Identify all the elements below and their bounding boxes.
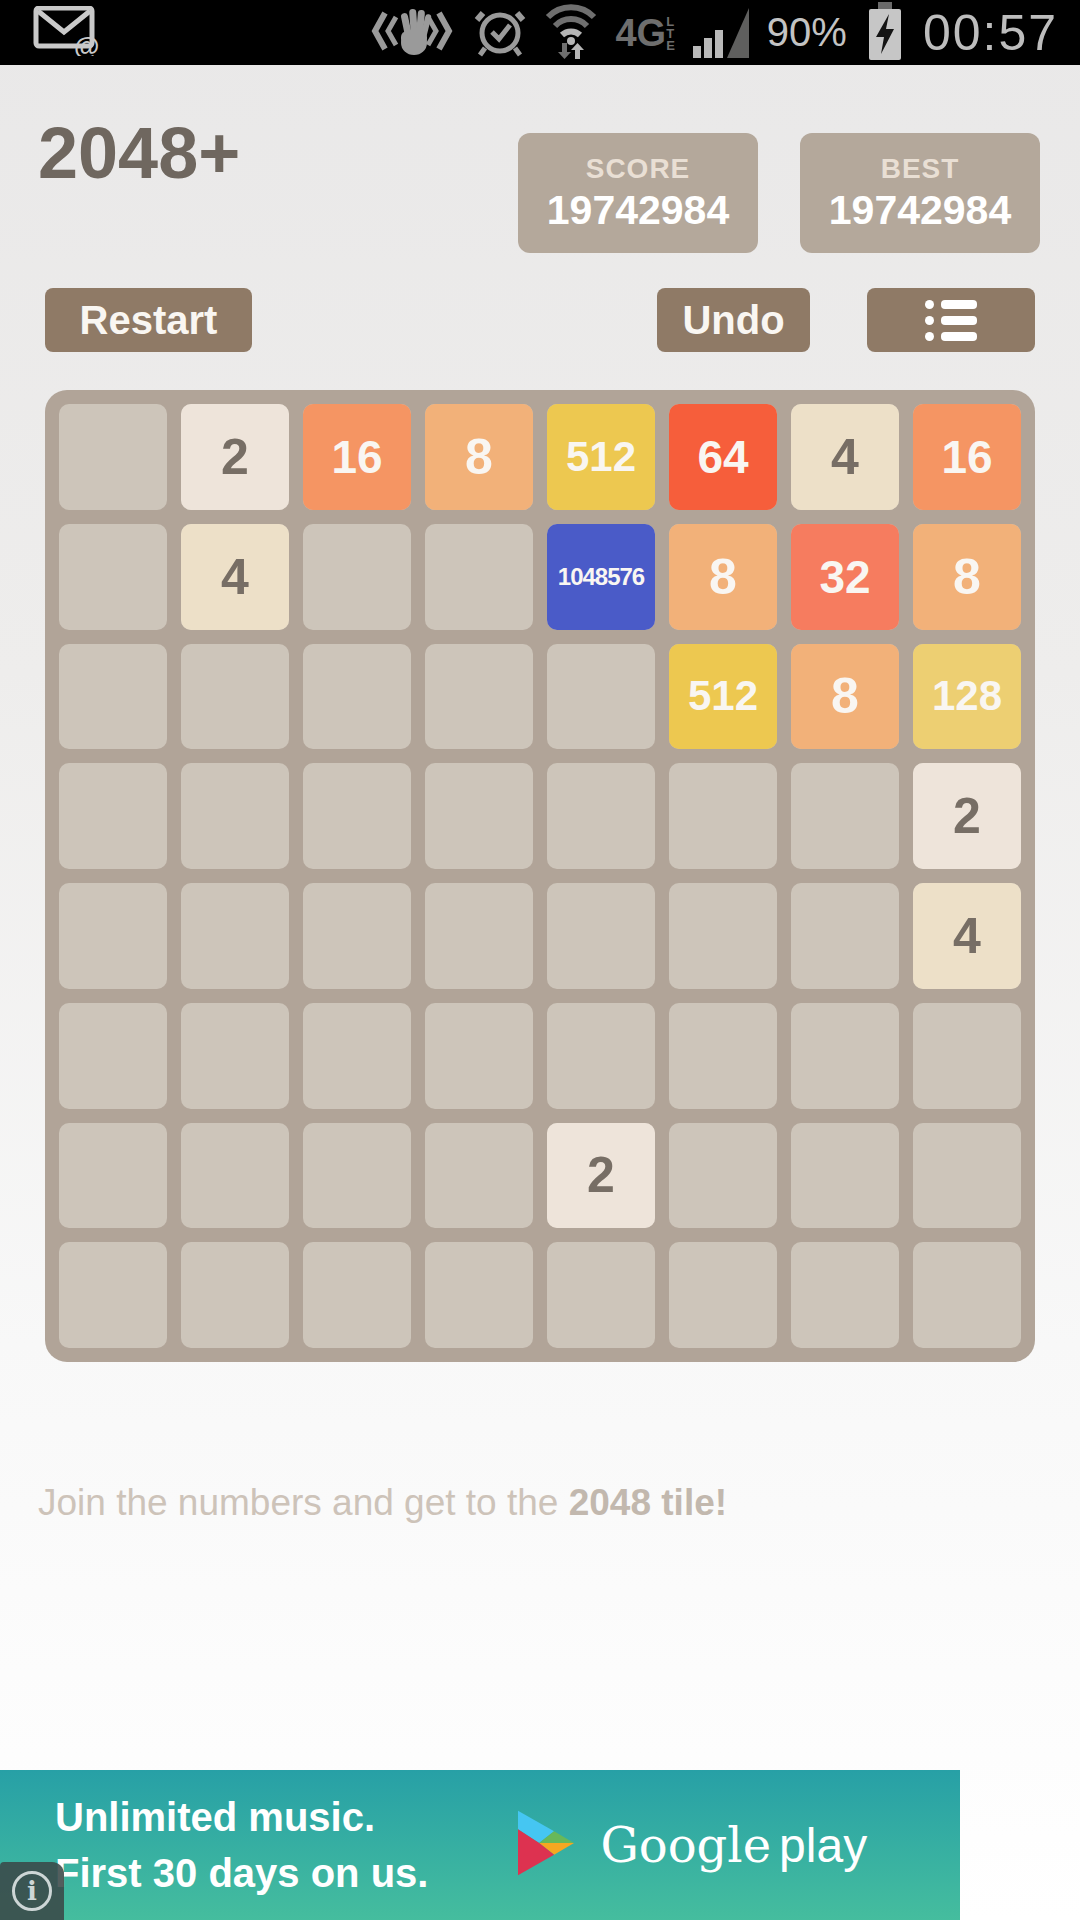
tile-2: 2	[913, 763, 1021, 869]
cell-r6c3	[303, 1003, 411, 1109]
game-board[interactable]: 2168512644164104857683285128128242	[45, 390, 1035, 1362]
cell-r2c3	[303, 524, 411, 630]
cell-r8c7	[791, 1242, 899, 1348]
cell-r1c7: 4	[791, 404, 899, 510]
cell-r8c3	[303, 1242, 411, 1348]
cell-r6c7	[791, 1003, 899, 1109]
cell-r6c8	[913, 1003, 1021, 1109]
tile-16: 16	[913, 404, 1021, 510]
brand-play: play	[779, 1819, 867, 1872]
cell-r3c7: 8	[791, 644, 899, 750]
wifi-updown-icon	[545, 3, 597, 63]
tile-8: 8	[669, 524, 777, 630]
cell-r6c6	[669, 1003, 777, 1109]
cell-r6c5	[547, 1003, 655, 1109]
cell-r5c3	[303, 883, 411, 989]
cell-r1c3: 16	[303, 404, 411, 510]
cell-r1c6: 64	[669, 404, 777, 510]
cell-r2c4	[425, 524, 533, 630]
phone-screen: @	[0, 0, 1080, 1920]
cell-r4c2	[181, 763, 289, 869]
signal-icon	[693, 4, 749, 62]
cell-r3c3	[303, 644, 411, 750]
cell-r8c8	[913, 1242, 1021, 1348]
cell-r3c1	[59, 644, 167, 750]
cell-r3c6: 512	[669, 644, 777, 750]
cell-r8c2	[181, 1242, 289, 1348]
cell-r4c5	[547, 763, 655, 869]
score-box: SCORE 19742984	[518, 133, 758, 253]
ad-line2: First 30 days on us.	[55, 1845, 428, 1901]
best-label: BEST	[881, 153, 960, 185]
cell-r4c8: 2	[913, 763, 1021, 869]
tile-64: 64	[669, 404, 777, 510]
cell-r3c2	[181, 644, 289, 750]
cell-r8c4	[425, 1242, 533, 1348]
cell-r2c2: 4	[181, 524, 289, 630]
cell-r8c6	[669, 1242, 777, 1348]
tile-4: 4	[791, 404, 899, 510]
tile-2: 2	[547, 1123, 655, 1229]
tile-8: 8	[791, 644, 899, 750]
tile-1048576: 1048576	[547, 524, 655, 630]
tile-8: 8	[913, 524, 1021, 630]
cell-r6c4	[425, 1003, 533, 1109]
google-play-brand: Googleplay	[518, 1810, 867, 1880]
battery-percent: 90%	[767, 10, 847, 55]
cell-r5c4	[425, 883, 533, 989]
google-play-wordmark: Googleplay	[600, 1817, 867, 1873]
cell-r5c8: 4	[913, 883, 1021, 989]
cell-r2c5: 1048576	[547, 524, 655, 630]
cell-r4c1	[59, 763, 167, 869]
cell-r8c5	[547, 1242, 655, 1348]
ad-info-button[interactable]: i	[0, 1862, 64, 1920]
page-title: 2048+	[38, 112, 240, 194]
cell-r7c4	[425, 1123, 533, 1229]
menu-button[interactable]	[867, 288, 1035, 352]
cell-r7c1	[59, 1123, 167, 1229]
cell-r5c1	[59, 883, 167, 989]
cell-r7c8	[913, 1123, 1021, 1229]
ad-copy: Unlimited music. First 30 days on us.	[55, 1789, 428, 1901]
cell-r1c2: 2	[181, 404, 289, 510]
cell-r2c1	[59, 524, 167, 630]
ad-line1: Unlimited music.	[55, 1789, 428, 1845]
cell-r5c2	[181, 883, 289, 989]
tile-16: 16	[303, 404, 411, 510]
tile-512: 512	[547, 404, 655, 510]
network-type-indicator: 4G LTE	[615, 14, 674, 52]
board-grid: 2168512644164104857683285128128242	[59, 404, 1021, 1348]
cell-r7c2	[181, 1123, 289, 1229]
cell-r8c1	[59, 1242, 167, 1348]
svg-text:@: @	[74, 31, 99, 56]
cell-r3c5	[547, 644, 655, 750]
battery-charging-icon	[865, 2, 905, 64]
cell-r4c3	[303, 763, 411, 869]
cell-r7c5: 2	[547, 1123, 655, 1229]
cell-r1c8: 16	[913, 404, 1021, 510]
cell-r7c7	[791, 1123, 899, 1229]
cell-r6c2	[181, 1003, 289, 1109]
network-label: 4G	[615, 14, 666, 52]
ad-banner[interactable]: Unlimited music. First 30 days on us. Go…	[0, 1770, 960, 1920]
cell-r7c6	[669, 1123, 777, 1229]
clock: 00:57	[923, 4, 1058, 62]
network-sub-label: LTE	[666, 16, 675, 52]
tile-512: 512	[669, 644, 777, 750]
cell-r5c6	[669, 883, 777, 989]
status-bar: @	[0, 0, 1080, 65]
tile-32: 32	[791, 524, 899, 630]
cell-r7c3	[303, 1123, 411, 1229]
cell-r2c7: 32	[791, 524, 899, 630]
cell-r5c5	[547, 883, 655, 989]
cell-r1c4: 8	[425, 404, 533, 510]
undo-button[interactable]: Undo	[657, 288, 810, 352]
cell-r1c1	[59, 404, 167, 510]
cell-r2c6: 8	[669, 524, 777, 630]
best-box: BEST 19742984	[800, 133, 1040, 253]
score-value: 19742984	[547, 187, 729, 234]
list-icon	[925, 300, 977, 341]
cell-r6c1	[59, 1003, 167, 1109]
cell-r4c6	[669, 763, 777, 869]
tagline-highlight: 2048 tile!	[569, 1482, 727, 1523]
cell-r4c4	[425, 763, 533, 869]
brand-google: Google	[600, 1817, 771, 1873]
cell-r3c4	[425, 644, 533, 750]
cell-r4c7	[791, 763, 899, 869]
restart-button[interactable]: Restart	[45, 288, 252, 352]
cell-r2c8: 8	[913, 524, 1021, 630]
tile-128: 128	[913, 644, 1021, 750]
gesture-hand-icon	[369, 5, 455, 61]
tile-4: 4	[181, 524, 289, 630]
email-icon: @	[22, 6, 100, 60]
cell-r1c5: 512	[547, 404, 655, 510]
score-label: SCORE	[586, 153, 691, 185]
tile-4: 4	[913, 883, 1021, 989]
alarm-icon	[473, 4, 527, 62]
cell-r5c7	[791, 883, 899, 989]
cell-r3c8: 128	[913, 644, 1021, 750]
best-value: 19742984	[829, 187, 1011, 234]
tagline: Join the numbers and get to the 2048 til…	[38, 1482, 727, 1524]
google-play-triangle-icon	[518, 1810, 574, 1880]
tagline-prefix: Join the numbers and get to the	[38, 1482, 569, 1523]
tile-8: 8	[425, 404, 533, 510]
info-icon: i	[12, 1871, 52, 1911]
tile-2: 2	[181, 404, 289, 510]
